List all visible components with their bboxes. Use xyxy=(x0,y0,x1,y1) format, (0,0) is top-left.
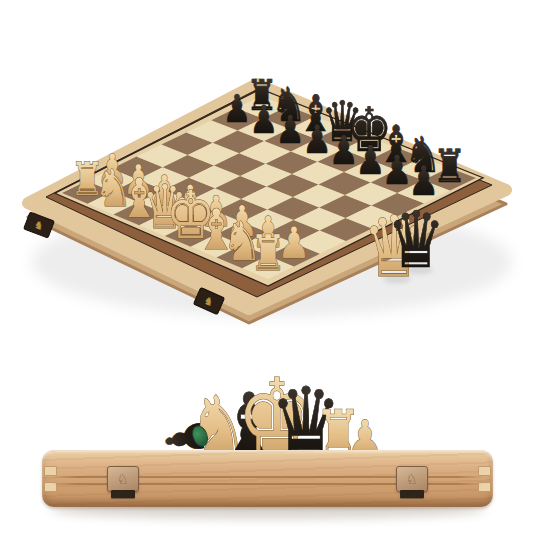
chess-set-product-photo: ♞♞♜♞♟♝♟♛♟♚♟♝♟♞♟♜♟♟♟♟♜♟♞♟♝♟♛♟♚♟♝♟♞♜♛♛♟♞♝♚… xyxy=(0,0,533,533)
piece-black-p-e7: ♟ xyxy=(329,127,359,174)
chess-storage-case: ♘ ♘ xyxy=(42,450,493,507)
case-clasp-right: ♘ xyxy=(396,466,428,492)
piece-black-p-d7: ♟ xyxy=(302,117,332,164)
piece-black-p-a7: ♟ xyxy=(223,87,252,131)
clasp-logo-knight-icon: ♘ xyxy=(110,467,137,491)
piece-black-p-c7: ♟ xyxy=(276,107,305,151)
case-clasp-left: ♘ xyxy=(107,466,139,492)
finger-joint xyxy=(478,466,491,476)
piece-black-p-b7: ♟ xyxy=(249,97,278,141)
clasp-logo-knight-icon: ♘ xyxy=(399,467,426,491)
piece-white-r-h1: ♜ xyxy=(250,225,287,282)
finger-joint xyxy=(44,466,57,476)
clasp-hook xyxy=(111,490,135,498)
clasp-hook xyxy=(400,490,424,498)
extra-black-queen: ♛ xyxy=(387,194,446,285)
